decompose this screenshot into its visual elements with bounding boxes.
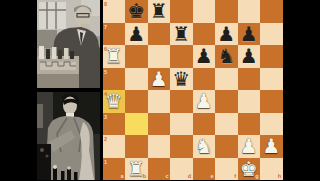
- square-h3[interactable]: [260, 113, 283, 136]
- square-g7[interactable]: ♟: [238, 23, 261, 46]
- square-d1[interactable]: d: [170, 158, 193, 181]
- piece-black-pawn: ♟: [240, 45, 258, 68]
- square-e5[interactable]: [193, 68, 216, 91]
- rank-label-1: 1: [104, 159, 107, 165]
- square-c3[interactable]: [148, 113, 171, 136]
- piece-black-king: ♚: [127, 0, 145, 23]
- square-f5[interactable]: [215, 68, 238, 91]
- square-a1[interactable]: 1a: [103, 158, 126, 181]
- square-a6[interactable]: 6♜: [103, 45, 126, 68]
- file-label-f: f: [234, 173, 236, 179]
- piece-black-pawn: ♟: [195, 45, 213, 68]
- square-h7[interactable]: [260, 23, 283, 46]
- screenshot-root: 8♚♜7♟♜♟♟6♜♟♞♟5♟♛4♛♟32♞♟♟1ab♜cdefg♚h: [0, 0, 320, 180]
- portrait-photo-top-art: [37, 0, 100, 88]
- square-b8[interactable]: ♚: [125, 0, 148, 23]
- square-c5[interactable]: ♟: [148, 68, 171, 91]
- piece-black-rook: ♜: [150, 0, 168, 23]
- square-c2[interactable]: [148, 135, 171, 158]
- square-f4[interactable]: [215, 90, 238, 113]
- square-e1[interactable]: e: [193, 158, 216, 181]
- square-h6[interactable]: [260, 45, 283, 68]
- rank-label-4: 4: [104, 91, 107, 97]
- square-e4[interactable]: ♟: [193, 90, 216, 113]
- portrait-photo-bottom-art: [37, 92, 100, 180]
- square-h2[interactable]: ♟: [260, 135, 283, 158]
- square-b6[interactable]: [125, 45, 148, 68]
- piece-black-queen: ♛: [172, 68, 190, 91]
- square-a5[interactable]: 5: [103, 68, 126, 91]
- rank-label-5: 5: [104, 69, 107, 75]
- square-c1[interactable]: c: [148, 158, 171, 181]
- square-f7[interactable]: ♟: [215, 23, 238, 46]
- square-g8[interactable]: [238, 0, 261, 23]
- file-label-d: d: [188, 173, 191, 179]
- piece-black-pawn: ♟: [240, 23, 258, 46]
- square-c8[interactable]: ♜: [148, 0, 171, 23]
- square-g6[interactable]: ♟: [238, 45, 261, 68]
- square-f6[interactable]: ♞: [215, 45, 238, 68]
- square-b7[interactable]: ♟: [125, 23, 148, 46]
- square-e6[interactable]: ♟: [193, 45, 216, 68]
- square-a3[interactable]: 3: [103, 113, 126, 136]
- square-e8[interactable]: [193, 0, 216, 23]
- file-label-g: g: [255, 173, 258, 179]
- square-g5[interactable]: [238, 68, 261, 91]
- square-g3[interactable]: [238, 113, 261, 136]
- square-h8[interactable]: [260, 0, 283, 23]
- piece-black-knight: ♞: [217, 45, 235, 68]
- piece-white-pawn: ♟: [240, 135, 258, 158]
- piece-white-pawn: ♟: [150, 68, 168, 91]
- square-f8[interactable]: [215, 0, 238, 23]
- piece-white-knight: ♞: [195, 135, 213, 158]
- portrait-photo-bottom: [37, 92, 100, 180]
- square-c6[interactable]: [148, 45, 171, 68]
- square-c7[interactable]: [148, 23, 171, 46]
- square-g1[interactable]: g♚: [238, 158, 261, 181]
- square-d7[interactable]: ♜: [170, 23, 193, 46]
- file-label-h: h: [278, 173, 281, 179]
- portrait-photo-top: [37, 0, 100, 88]
- square-b2[interactable]: [125, 135, 148, 158]
- file-label-a: a: [120, 173, 123, 179]
- square-a4[interactable]: 4♛: [103, 90, 126, 113]
- piece-white-pawn: ♟: [195, 90, 213, 113]
- square-e3[interactable]: [193, 113, 216, 136]
- square-f2[interactable]: [215, 135, 238, 158]
- square-d4[interactable]: [170, 90, 193, 113]
- chess-board[interactable]: 8♚♜7♟♜♟♟6♜♟♞♟5♟♛4♛♟32♞♟♟1ab♜cdefg♚h: [103, 0, 283, 180]
- file-label-e: e: [210, 173, 213, 179]
- square-b4[interactable]: [125, 90, 148, 113]
- square-f3[interactable]: [215, 113, 238, 136]
- square-a8[interactable]: 8: [103, 0, 126, 23]
- piece-white-king: ♚: [240, 158, 258, 181]
- square-c4[interactable]: [148, 90, 171, 113]
- square-h5[interactable]: [260, 68, 283, 91]
- square-d6[interactable]: [170, 45, 193, 68]
- square-d5[interactable]: ♛: [170, 68, 193, 91]
- square-d2[interactable]: [170, 135, 193, 158]
- square-f1[interactable]: f: [215, 158, 238, 181]
- square-e2[interactable]: ♞: [193, 135, 216, 158]
- square-e7[interactable]: [193, 23, 216, 46]
- square-a7[interactable]: 7: [103, 23, 126, 46]
- file-label-c: c: [165, 173, 168, 179]
- piece-black-pawn: ♟: [217, 23, 235, 46]
- square-a2[interactable]: 2: [103, 135, 126, 158]
- piece-black-rook: ♜: [172, 23, 190, 46]
- piece-white-rook: ♜: [127, 158, 145, 181]
- square-d8[interactable]: [170, 0, 193, 23]
- rank-label-6: 6: [104, 46, 107, 52]
- rank-label-7: 7: [104, 24, 107, 30]
- file-label-b: b: [143, 173, 146, 179]
- square-h1[interactable]: h: [260, 158, 283, 181]
- piece-white-rook: ♜: [105, 45, 123, 68]
- square-b5[interactable]: [125, 68, 148, 91]
- square-b1[interactable]: b♜: [125, 158, 148, 181]
- piece-black-pawn: ♟: [127, 23, 145, 46]
- square-h4[interactable]: [260, 90, 283, 113]
- rank-label-8: 8: [104, 1, 107, 7]
- square-g2[interactable]: ♟: [238, 135, 261, 158]
- square-d3[interactable]: [170, 113, 193, 136]
- square-b3[interactable]: [125, 113, 148, 136]
- piece-white-queen: ♛: [105, 90, 123, 113]
- square-g4[interactable]: [238, 90, 261, 113]
- piece-white-pawn: ♟: [262, 135, 280, 158]
- rank-label-2: 2: [104, 136, 107, 142]
- rank-label-3: 3: [104, 114, 107, 120]
